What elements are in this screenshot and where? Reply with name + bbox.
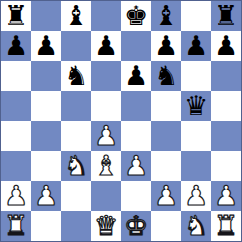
square-f4[interactable] (151, 121, 181, 151)
square-b5[interactable] (31, 91, 61, 121)
piece-white-pawn[interactable]: ♟ (94, 121, 118, 151)
square-e5[interactable] (121, 91, 151, 121)
square-f1[interactable] (151, 211, 181, 241)
square-g4[interactable] (181, 121, 211, 151)
square-c2[interactable] (61, 181, 91, 211)
piece-white-pawn[interactable]: ♟ (184, 181, 208, 211)
square-c4[interactable] (61, 121, 91, 151)
square-d2[interactable] (91, 181, 121, 211)
square-b6[interactable] (31, 61, 61, 91)
square-f3[interactable] (151, 151, 181, 181)
square-h7[interactable]: ♟ (211, 31, 241, 61)
square-b1[interactable] (31, 211, 61, 241)
square-b8[interactable] (31, 1, 61, 31)
square-d7[interactable]: ♟ (91, 31, 121, 61)
piece-white-pawn[interactable]: ♟ (154, 181, 178, 211)
square-d4[interactable]: ♟ (91, 121, 121, 151)
square-f2[interactable]: ♟ (151, 181, 181, 211)
piece-white-bishop[interactable]: ♝ (94, 151, 118, 181)
piece-white-king[interactable]: ♚ (124, 211, 148, 241)
square-g7[interactable]: ♟ (181, 31, 211, 61)
piece-black-bishop[interactable]: ♝ (154, 1, 178, 31)
piece-white-knight[interactable]: ♞ (184, 211, 208, 241)
square-g1[interactable]: ♞ (181, 211, 211, 241)
square-a1[interactable]: ♜ (1, 211, 31, 241)
square-b3[interactable] (31, 151, 61, 181)
square-h1[interactable]: ♜ (211, 211, 241, 241)
piece-white-knight[interactable]: ♞ (64, 151, 88, 181)
piece-black-pawn[interactable]: ♟ (4, 31, 28, 61)
square-b2[interactable]: ♟ (31, 181, 61, 211)
square-c7[interactable] (61, 31, 91, 61)
square-h5[interactable] (211, 91, 241, 121)
square-d1[interactable]: ♛ (91, 211, 121, 241)
piece-black-queen[interactable]: ♛ (184, 91, 208, 121)
piece-black-knight[interactable]: ♞ (154, 61, 178, 91)
chess-board: ♜♝♚♝♜♟♟♟♟♟♟♞♟♞♛♟♞♝♟♟♟♟♟♟♜♛♚♞♜ (0, 0, 242, 242)
square-f8[interactable]: ♝ (151, 1, 181, 31)
piece-black-pawn[interactable]: ♟ (124, 61, 148, 91)
square-h2[interactable]: ♟ (211, 181, 241, 211)
piece-white-pawn[interactable]: ♟ (214, 181, 238, 211)
piece-black-knight[interactable]: ♞ (64, 61, 88, 91)
square-c8[interactable]: ♝ (61, 1, 91, 31)
square-b4[interactable] (31, 121, 61, 151)
square-h6[interactable] (211, 61, 241, 91)
piece-white-queen[interactable]: ♛ (94, 211, 118, 241)
piece-white-pawn[interactable]: ♟ (34, 181, 58, 211)
square-a8[interactable]: ♜ (1, 1, 31, 31)
square-f5[interactable] (151, 91, 181, 121)
square-e2[interactable] (121, 181, 151, 211)
square-c6[interactable]: ♞ (61, 61, 91, 91)
square-g2[interactable]: ♟ (181, 181, 211, 211)
square-a7[interactable]: ♟ (1, 31, 31, 61)
square-a5[interactable] (1, 91, 31, 121)
square-g8[interactable] (181, 1, 211, 31)
square-c5[interactable] (61, 91, 91, 121)
square-f7[interactable]: ♟ (151, 31, 181, 61)
piece-white-rook[interactable]: ♜ (4, 211, 28, 241)
piece-white-pawn[interactable]: ♟ (4, 181, 28, 211)
piece-black-king[interactable]: ♚ (124, 1, 148, 31)
square-c3[interactable]: ♞ (61, 151, 91, 181)
square-g6[interactable] (181, 61, 211, 91)
square-h8[interactable]: ♜ (211, 1, 241, 31)
piece-black-pawn[interactable]: ♟ (214, 31, 238, 61)
piece-black-pawn[interactable]: ♟ (154, 31, 178, 61)
piece-white-pawn[interactable]: ♟ (124, 151, 148, 181)
square-e1[interactable]: ♚ (121, 211, 151, 241)
piece-black-bishop[interactable]: ♝ (64, 1, 88, 31)
piece-white-rook[interactable]: ♜ (214, 211, 238, 241)
square-a3[interactable] (1, 151, 31, 181)
piece-black-pawn[interactable]: ♟ (184, 31, 208, 61)
piece-black-pawn[interactable]: ♟ (34, 31, 58, 61)
square-h4[interactable] (211, 121, 241, 151)
piece-black-rook[interactable]: ♜ (214, 1, 238, 31)
square-b7[interactable]: ♟ (31, 31, 61, 61)
square-d5[interactable] (91, 91, 121, 121)
square-e4[interactable] (121, 121, 151, 151)
square-g5[interactable]: ♛ (181, 91, 211, 121)
square-e8[interactable]: ♚ (121, 1, 151, 31)
square-e7[interactable] (121, 31, 151, 61)
square-e3[interactable]: ♟ (121, 151, 151, 181)
square-d3[interactable]: ♝ (91, 151, 121, 181)
square-e6[interactable]: ♟ (121, 61, 151, 91)
square-a6[interactable] (1, 61, 31, 91)
square-c1[interactable] (61, 211, 91, 241)
square-d8[interactable] (91, 1, 121, 31)
piece-black-rook[interactable]: ♜ (4, 1, 28, 31)
square-g3[interactable] (181, 151, 211, 181)
square-a2[interactable]: ♟ (1, 181, 31, 211)
square-h3[interactable] (211, 151, 241, 181)
square-d6[interactable] (91, 61, 121, 91)
square-f6[interactable]: ♞ (151, 61, 181, 91)
piece-black-pawn[interactable]: ♟ (94, 31, 118, 61)
square-a4[interactable] (1, 121, 31, 151)
